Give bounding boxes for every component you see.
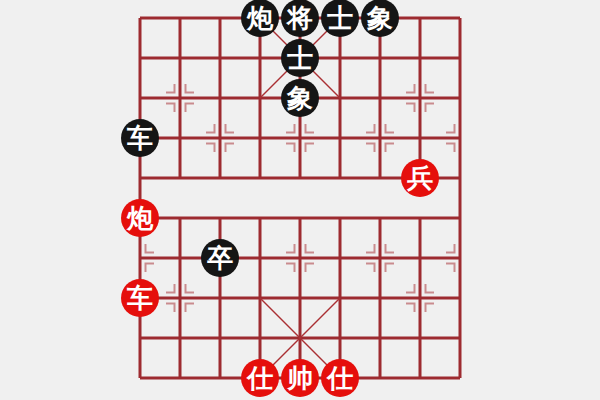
piece-red-advisor[interactable]: 仕 [321,359,359,397]
piece-black-advisor[interactable]: 士 [321,0,359,37]
piece-black-chariot[interactable]: 车 [121,119,159,157]
xiangqi-board: 炮将士象士象车兵炮卒车仕帅仕 [0,0,600,400]
piece-red-advisor[interactable]: 仕 [241,359,279,397]
piece-black-elephant[interactable]: 象 [361,0,399,37]
piece-red-general[interactable]: 帅 [281,359,319,397]
piece-black-soldier[interactable]: 卒 [201,239,239,277]
piece-black-elephant[interactable]: 象 [281,79,319,117]
piece-red-cannon[interactable]: 炮 [121,199,159,237]
pieces-layer: 炮将士象士象车兵炮卒车仕帅仕 [120,0,480,398]
piece-black-general[interactable]: 将 [281,0,319,37]
piece-black-cannon[interactable]: 炮 [241,0,279,37]
piece-red-chariot[interactable]: 车 [121,279,159,317]
piece-black-advisor[interactable]: 士 [281,39,319,77]
piece-red-soldier[interactable]: 兵 [401,159,439,197]
